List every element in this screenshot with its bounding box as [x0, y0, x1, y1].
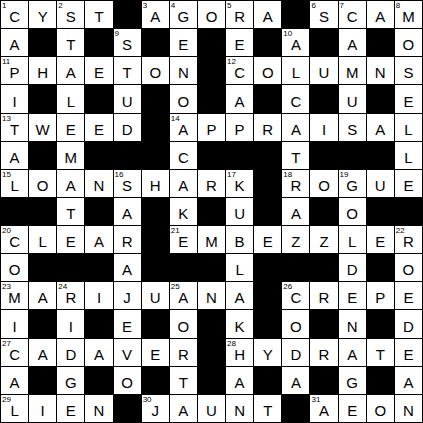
letter-cell[interactable]: A — [29, 282, 57, 310]
letter-cell[interactable]: S — [339, 114, 367, 142]
cell-letter: T — [179, 375, 188, 394]
clue-number: 10 — [283, 29, 292, 38]
letter-cell[interactable]: U — [198, 395, 226, 423]
cell-letter: V — [122, 347, 132, 366]
letter-cell[interactable]: N — [85, 395, 113, 423]
letter-cell[interactable]: 17K — [226, 170, 254, 198]
letter-cell[interactable]: A — [282, 198, 310, 226]
letter-cell[interactable]: E — [142, 339, 170, 367]
cell-letter: O — [178, 94, 190, 113]
cell-letter: A — [375, 9, 385, 28]
letter-cell[interactable]: D — [395, 310, 423, 338]
cell-letter: T — [263, 403, 272, 422]
letter-cell[interactable]: N — [198, 282, 226, 310]
block-cell — [367, 198, 395, 226]
block-cell — [367, 254, 395, 282]
letter-cell[interactable]: J — [114, 282, 142, 310]
letter-cell[interactable]: O — [282, 310, 310, 338]
cell-letter: A — [94, 347, 104, 366]
clue-number: 17 — [227, 170, 236, 179]
letter-cell[interactable]: T — [367, 339, 395, 367]
letter-cell[interactable]: 20C — [1, 226, 29, 254]
letter-cell[interactable]: A — [226, 282, 254, 310]
clue-number: 15 — [2, 170, 11, 179]
block-cell — [85, 29, 113, 57]
letter-cell[interactable]: A — [85, 339, 113, 367]
block-cell — [198, 339, 226, 367]
block-cell — [198, 29, 226, 57]
letter-cell[interactable]: C — [282, 85, 310, 113]
cell-letter: W — [36, 122, 50, 141]
letter-cell[interactable]: A — [29, 339, 57, 367]
letter-cell[interactable]: G — [57, 367, 85, 395]
cell-letter: O — [37, 178, 49, 197]
letter-cell[interactable]: N — [395, 395, 423, 423]
block-cell — [85, 142, 113, 170]
block-cell — [367, 142, 395, 170]
letter-cell[interactable]: M — [339, 57, 367, 85]
letter-cell[interactable]: A — [282, 114, 310, 142]
block-cell — [282, 1, 310, 29]
block-cell — [254, 310, 282, 338]
cell-letter: D — [65, 347, 76, 366]
letter-cell[interactable]: 2S — [57, 1, 85, 29]
cell-letter: A — [291, 122, 301, 141]
letter-cell[interactable]: R — [198, 170, 226, 198]
letter-cell[interactable]: T — [57, 198, 85, 226]
letter-cell[interactable]: E — [57, 114, 85, 142]
letter-cell[interactable]: U — [310, 57, 338, 85]
letter-cell[interactable]: E — [339, 282, 367, 310]
cell-letter: T — [66, 206, 75, 225]
letter-cell[interactable]: R — [310, 282, 338, 310]
cell-letter: B — [235, 234, 245, 253]
cell-letter: A — [347, 37, 357, 56]
cell-letter: O — [290, 319, 302, 338]
cell-letter: A — [347, 347, 357, 366]
letter-cell[interactable]: E — [395, 282, 423, 310]
cell-letter: N — [206, 290, 217, 309]
cell-letter: A — [375, 122, 385, 141]
cell-letter: R — [206, 178, 217, 197]
cell-letter: C — [290, 94, 301, 113]
cell-letter: U — [347, 94, 358, 113]
cell-letter: R — [262, 122, 273, 141]
letter-cell[interactable]: E — [254, 226, 282, 254]
cell-letter: E — [66, 403, 76, 422]
cell-letter: E — [94, 65, 104, 84]
letter-cell[interactable]: 7C — [339, 1, 367, 29]
letter-cell[interactable]: A — [226, 367, 254, 395]
clue-number: 23 — [2, 282, 11, 291]
letter-cell[interactable]: I — [29, 395, 57, 423]
letter-cell[interactable]: O — [395, 254, 423, 282]
letter-cell[interactable]: K — [170, 198, 198, 226]
cell-letter: E — [403, 94, 413, 113]
clue-number: 2 — [58, 1, 62, 10]
letter-cell[interactable]: H — [29, 57, 57, 85]
letter-cell[interactable]: A — [170, 170, 198, 198]
letter-cell[interactable]: N — [339, 310, 367, 338]
cell-letter: A — [178, 403, 188, 422]
letter-cell[interactable]: D — [57, 339, 85, 367]
letter-cell[interactable]: R — [170, 339, 198, 367]
letter-cell[interactable]: N — [226, 395, 254, 423]
cell-letter: E — [347, 403, 357, 422]
letter-cell[interactable]: A — [114, 198, 142, 226]
cell-letter: A — [235, 94, 245, 113]
letter-cell[interactable]: O — [170, 310, 198, 338]
letter-cell[interactable]: A — [395, 367, 423, 395]
cell-letter: D — [290, 347, 301, 366]
letter-cell[interactable]: E — [395, 85, 423, 113]
letter-cell[interactable]: 28H — [226, 339, 254, 367]
letter-cell[interactable]: Y — [254, 339, 282, 367]
block-cell — [367, 310, 395, 338]
block-cell — [310, 198, 338, 226]
block-cell — [142, 114, 170, 142]
letter-cell[interactable]: E — [114, 310, 142, 338]
cell-letter: L — [10, 178, 18, 197]
clue-number: 11 — [2, 57, 10, 66]
cell-letter: I — [322, 122, 326, 141]
letter-cell[interactable]: 10A — [282, 29, 310, 57]
clue-number: 7 — [340, 1, 344, 10]
letter-cell[interactable]: E — [57, 226, 85, 254]
letter-cell[interactable]: O — [339, 198, 367, 226]
cell-letter: Z — [291, 234, 300, 253]
cell-letter: O — [9, 262, 21, 281]
block-cell — [142, 85, 170, 113]
letter-cell[interactable]: R — [310, 339, 338, 367]
letter-cell[interactable]: 21E — [170, 226, 198, 254]
letter-cell[interactable]: Y — [29, 1, 57, 29]
cell-letter: Y — [263, 347, 273, 366]
letter-cell[interactable]: 25A — [170, 282, 198, 310]
cell-letter: A — [122, 262, 132, 281]
block-cell — [198, 85, 226, 113]
letter-cell[interactable]: L — [226, 254, 254, 282]
cell-letter: M — [65, 150, 78, 169]
cell-letter: S — [347, 122, 357, 141]
letter-cell[interactable]: A — [170, 395, 198, 423]
clue-number: 3 — [143, 1, 147, 10]
block-cell — [142, 367, 170, 395]
cell-letter: A — [178, 122, 188, 141]
letter-cell[interactable]: S — [395, 57, 423, 85]
letter-cell[interactable]: N — [170, 57, 198, 85]
block-cell — [395, 198, 423, 226]
letter-cell[interactable]: A — [367, 1, 395, 29]
letter-cell[interactable]: K — [226, 310, 254, 338]
cell-letter: H — [150, 178, 161, 197]
letter-cell[interactable]: E — [57, 395, 85, 423]
block-cell — [29, 29, 57, 57]
cell-letter: D — [347, 262, 358, 281]
cell-letter: S — [403, 65, 413, 84]
block-cell — [367, 85, 395, 113]
cell-letter: E — [403, 178, 413, 197]
clue-number: 29 — [2, 395, 11, 404]
letter-cell[interactable]: A — [85, 226, 113, 254]
cell-letter: O — [374, 403, 386, 422]
letter-cell[interactable]: A — [1, 29, 29, 57]
letter-cell[interactable]: U — [226, 198, 254, 226]
cell-letter: O — [403, 37, 415, 56]
letter-cell[interactable]: O — [367, 395, 395, 423]
letter-cell[interactable]: A — [57, 170, 85, 198]
block-cell — [310, 85, 338, 113]
letter-cell[interactable]: P — [226, 114, 254, 142]
letter-cell[interactable]: L — [395, 142, 423, 170]
cell-letter: A — [10, 150, 20, 169]
letter-cell[interactable]: 14A — [170, 114, 198, 142]
cell-letter: E — [375, 234, 385, 253]
letter-cell[interactable]: L — [57, 85, 85, 113]
cell-letter: A — [178, 178, 188, 197]
letter-cell[interactable]: Z — [310, 226, 338, 254]
letter-cell[interactable]: E — [170, 29, 198, 57]
letter-cell[interactable]: O — [142, 57, 170, 85]
cell-letter: A — [178, 290, 188, 309]
cell-letter: T — [123, 65, 132, 84]
letter-cell[interactable]: 3A — [142, 1, 170, 29]
cell-letter: H — [234, 347, 245, 366]
letter-cell[interactable]: H — [142, 170, 170, 198]
letter-cell[interactable]: B — [226, 226, 254, 254]
cell-letter: R — [234, 9, 245, 28]
block-cell — [29, 367, 57, 395]
letter-cell[interactable]: 29L — [1, 395, 29, 423]
block-cell — [254, 367, 282, 395]
letter-cell[interactable]: D — [339, 254, 367, 282]
letter-cell[interactable]: 16S — [114, 170, 142, 198]
letter-cell[interactable]: 8M — [395, 1, 423, 29]
letter-cell[interactable]: O — [395, 29, 423, 57]
letter-cell[interactable]: T — [57, 29, 85, 57]
cell-letter: A — [38, 347, 48, 366]
letter-cell[interactable]: 22R — [395, 226, 423, 254]
letter-cell[interactable]: 27C — [1, 339, 29, 367]
cell-letter: E — [66, 234, 76, 253]
letter-cell[interactable]: P — [367, 282, 395, 310]
letter-cell[interactable]: P — [198, 114, 226, 142]
cell-letter: L — [10, 403, 18, 422]
block-cell — [114, 1, 142, 29]
letter-cell[interactable]: A — [1, 142, 29, 170]
cell-letter: O — [149, 65, 161, 84]
letter-cell[interactable]: T — [85, 1, 113, 29]
letter-cell[interactable]: 23M — [1, 282, 29, 310]
crossword-grid: 1CY2ST3A4GO5RA6S7CA8MAT9SEE10AAO11PHAETO… — [0, 0, 423, 423]
cell-letter: C — [9, 234, 20, 253]
letter-cell[interactable]: T — [170, 367, 198, 395]
letter-cell[interactable]: O — [198, 1, 226, 29]
block-cell — [310, 310, 338, 338]
letter-cell[interactable]: D — [114, 114, 142, 142]
letter-cell[interactable]: 26C — [282, 282, 310, 310]
letter-cell[interactable]: 6S — [310, 1, 338, 29]
letter-cell[interactable]: O — [114, 367, 142, 395]
letter-cell[interactable]: 1C — [1, 1, 29, 29]
block-cell — [85, 367, 113, 395]
letter-cell[interactable]: G — [339, 367, 367, 395]
letter-cell[interactable]: O — [254, 57, 282, 85]
block-cell — [142, 226, 170, 254]
cell-letter: N — [403, 403, 414, 422]
letter-cell[interactable]: E — [226, 29, 254, 57]
cell-letter: G — [65, 375, 77, 394]
clue-number: 27 — [2, 339, 11, 348]
cell-letter: N — [375, 65, 386, 84]
cell-letter: D — [403, 319, 414, 338]
letter-cell[interactable]: Z — [282, 226, 310, 254]
block-cell — [254, 85, 282, 113]
letter-cell[interactable]: U — [142, 282, 170, 310]
letter-cell[interactable]: R — [114, 226, 142, 254]
cell-letter: K — [235, 178, 245, 197]
cell-letter: E — [347, 290, 357, 309]
letter-cell[interactable]: 24R — [57, 282, 85, 310]
cell-letter: P — [206, 122, 216, 141]
letter-cell[interactable]: E — [85, 114, 113, 142]
letter-cell[interactable]: U — [339, 85, 367, 113]
letter-cell[interactable]: T — [282, 142, 310, 170]
letter-cell[interactable]: L — [339, 226, 367, 254]
letter-cell[interactable]: D — [282, 339, 310, 367]
letter-cell[interactable]: E — [367, 226, 395, 254]
letter-cell[interactable]: E — [85, 57, 113, 85]
block-cell — [198, 57, 226, 85]
letter-cell[interactable]: A — [57, 57, 85, 85]
letter-cell[interactable]: L — [395, 114, 423, 142]
clue-number: 16 — [115, 170, 124, 179]
letter-cell[interactable]: 5R — [226, 1, 254, 29]
cell-letter: A — [319, 403, 329, 422]
letter-cell[interactable]: O — [170, 85, 198, 113]
letter-cell[interactable]: 31A — [310, 395, 338, 423]
cell-letter: M — [346, 65, 359, 84]
clue-number: 18 — [283, 170, 292, 179]
block-cell — [367, 29, 395, 57]
letter-cell[interactable]: N — [367, 57, 395, 85]
cell-letter: E — [178, 234, 188, 253]
clue-number: 19 — [340, 170, 349, 179]
letter-cell[interactable]: 19G — [339, 170, 367, 198]
letter-cell[interactable]: A — [339, 29, 367, 57]
letter-cell[interactable]: N — [85, 170, 113, 198]
cell-letter: T — [10, 122, 19, 141]
letter-cell[interactable]: E — [339, 395, 367, 423]
cell-letter: A — [122, 206, 132, 225]
cell-letter: J — [151, 403, 159, 422]
cell-letter: O — [346, 206, 358, 225]
block-cell — [114, 395, 142, 423]
letter-cell[interactable]: O — [1, 254, 29, 282]
cell-letter: M — [205, 234, 218, 253]
letter-cell[interactable]: A — [339, 339, 367, 367]
letter-cell[interactable]: I — [1, 85, 29, 113]
clue-number: 22 — [396, 226, 405, 235]
letter-cell[interactable]: 18R — [282, 170, 310, 198]
letter-cell[interactable]: I — [85, 282, 113, 310]
block-cell — [114, 142, 142, 170]
letter-cell[interactable]: A — [114, 254, 142, 282]
letter-cell[interactable]: U — [114, 85, 142, 113]
letter-cell[interactable]: A — [254, 1, 282, 29]
letter-cell[interactable]: A — [1, 367, 29, 395]
letter-cell[interactable]: 9S — [114, 29, 142, 57]
block-cell — [142, 254, 170, 282]
cell-letter: L — [235, 262, 243, 281]
clue-number: 14 — [171, 114, 180, 123]
clue-number: 31 — [311, 395, 320, 404]
letter-cell[interactable]: R — [254, 114, 282, 142]
letter-cell[interactable]: E — [395, 170, 423, 198]
cell-letter: A — [10, 37, 20, 56]
letter-cell[interactable]: I — [1, 310, 29, 338]
letter-cell[interactable]: T — [254, 395, 282, 423]
block-cell — [254, 282, 282, 310]
cell-letter: I — [12, 319, 16, 338]
letter-cell[interactable]: L — [282, 57, 310, 85]
letter-cell[interactable]: 15L — [1, 170, 29, 198]
block-cell — [254, 198, 282, 226]
letter-cell[interactable]: 11P — [1, 57, 29, 85]
letter-cell[interactable]: 30J — [142, 395, 170, 423]
cell-letter: E — [263, 234, 273, 253]
cell-letter: L — [39, 234, 47, 253]
letter-cell[interactable]: C — [170, 142, 198, 170]
cell-letter: E — [66, 122, 76, 141]
cell-letter: A — [150, 9, 160, 28]
block-cell — [85, 85, 113, 113]
cell-letter: O — [121, 375, 133, 394]
letter-cell[interactable]: A — [226, 85, 254, 113]
letter-cell[interactable]: E — [395, 339, 423, 367]
letter-cell[interactable]: A — [282, 367, 310, 395]
cell-letter: C — [234, 65, 245, 84]
letter-cell[interactable]: 4G — [170, 1, 198, 29]
letter-cell[interactable]: M — [57, 142, 85, 170]
letter-cell[interactable]: T — [114, 57, 142, 85]
letter-cell[interactable]: U — [367, 170, 395, 198]
cell-letter: R — [403, 234, 414, 253]
letter-cell[interactable]: 13T — [1, 114, 29, 142]
letter-cell[interactable]: 12C — [226, 57, 254, 85]
cell-letter: G — [346, 375, 358, 394]
letter-cell[interactable]: A — [367, 114, 395, 142]
block-cell — [198, 310, 226, 338]
letter-cell[interactable]: M — [198, 226, 226, 254]
cell-letter: T — [94, 9, 103, 28]
letter-cell[interactable]: I — [57, 310, 85, 338]
clue-number: 28 — [227, 339, 236, 348]
letter-cell[interactable]: O — [29, 170, 57, 198]
cell-letter: A — [10, 375, 20, 394]
cell-letter: K — [235, 319, 245, 338]
letter-cell[interactable]: W — [29, 114, 57, 142]
letter-cell[interactable]: I — [310, 114, 338, 142]
letter-cell[interactable]: L — [29, 226, 57, 254]
cell-letter: U — [319, 65, 330, 84]
block-cell — [310, 29, 338, 57]
cell-letter: P — [10, 65, 20, 84]
block-cell — [142, 198, 170, 226]
letter-cell[interactable]: V — [114, 339, 142, 367]
cell-letter: I — [69, 319, 73, 338]
letter-cell[interactable]: O — [310, 170, 338, 198]
